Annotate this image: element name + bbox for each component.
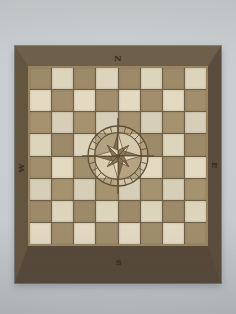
square[interactable] — [96, 112, 117, 133]
square[interactable] — [163, 201, 184, 222]
square[interactable] — [96, 90, 117, 111]
square[interactable] — [74, 223, 95, 244]
square[interactable] — [30, 112, 51, 133]
square[interactable] — [141, 201, 162, 222]
frame-label-north: N — [112, 53, 124, 63]
square[interactable] — [30, 157, 51, 178]
square[interactable] — [74, 134, 95, 155]
square[interactable] — [185, 112, 206, 133]
square[interactable] — [96, 179, 117, 200]
square[interactable] — [52, 179, 73, 200]
square[interactable] — [74, 90, 95, 111]
square[interactable] — [185, 90, 206, 111]
square[interactable] — [52, 201, 73, 222]
square[interactable] — [119, 223, 140, 244]
square[interactable] — [119, 112, 140, 133]
square[interactable] — [52, 90, 73, 111]
square[interactable] — [185, 223, 206, 244]
square[interactable] — [74, 157, 95, 178]
square[interactable] — [185, 68, 206, 89]
square[interactable] — [30, 201, 51, 222]
square[interactable] — [74, 179, 95, 200]
square[interactable] — [52, 134, 73, 155]
square[interactable] — [163, 112, 184, 133]
square[interactable] — [119, 179, 140, 200]
square[interactable] — [52, 68, 73, 89]
square[interactable] — [30, 134, 51, 155]
square[interactable] — [96, 223, 117, 244]
frame-label-south: S — [113, 257, 125, 267]
square[interactable] — [141, 112, 162, 133]
square[interactable] — [185, 134, 206, 155]
wall-scene: N E S W — [0, 0, 236, 314]
square[interactable] — [163, 90, 184, 111]
square[interactable] — [185, 179, 206, 200]
square[interactable] — [141, 179, 162, 200]
square[interactable] — [96, 201, 117, 222]
square[interactable] — [185, 201, 206, 222]
square[interactable] — [141, 134, 162, 155]
square[interactable] — [96, 68, 117, 89]
square[interactable] — [96, 157, 117, 178]
square[interactable] — [30, 68, 51, 89]
square[interactable] — [52, 223, 73, 244]
square[interactable] — [52, 112, 73, 133]
square[interactable] — [163, 157, 184, 178]
square[interactable] — [163, 223, 184, 244]
square[interactable] — [185, 157, 206, 178]
square[interactable] — [52, 157, 73, 178]
square[interactable] — [119, 201, 140, 222]
square[interactable] — [74, 68, 95, 89]
frame-label-west: W — [16, 162, 26, 174]
square[interactable] — [141, 68, 162, 89]
board-grid — [30, 68, 206, 244]
square[interactable] — [163, 68, 184, 89]
square[interactable] — [74, 201, 95, 222]
square[interactable] — [30, 90, 51, 111]
square[interactable] — [141, 90, 162, 111]
square[interactable] — [30, 223, 51, 244]
square[interactable] — [119, 157, 140, 178]
square[interactable] — [96, 134, 117, 155]
square[interactable] — [74, 112, 95, 133]
square[interactable] — [119, 68, 140, 89]
square[interactable] — [141, 157, 162, 178]
game-board — [15, 46, 221, 283]
square[interactable] — [163, 134, 184, 155]
frame-label-east: E — [210, 159, 220, 171]
square[interactable] — [119, 134, 140, 155]
square[interactable] — [119, 90, 140, 111]
square[interactable] — [30, 179, 51, 200]
board-trim — [28, 66, 208, 246]
square[interactable] — [141, 223, 162, 244]
square[interactable] — [163, 179, 184, 200]
